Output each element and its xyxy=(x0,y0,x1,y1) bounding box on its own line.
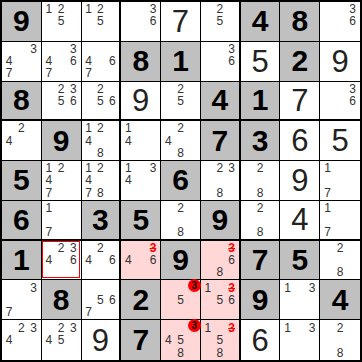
empty-candidate-slot xyxy=(15,43,27,55)
cell-r8c2[interactable]: 8 xyxy=(42,280,82,320)
cell-r3c8[interactable]: 7 xyxy=(280,82,320,122)
cell-r6c8[interactable]: 4 xyxy=(280,201,320,241)
empty-candidate-slot xyxy=(55,214,67,226)
cell-r6c1[interactable]: 6 xyxy=(2,201,42,241)
cell-r4c3[interactable]: 1248 xyxy=(82,121,122,161)
given-digit: 2 xyxy=(132,285,149,315)
candidate-grid: 134 xyxy=(122,162,159,199)
candidate: 1 xyxy=(321,162,334,174)
given-digit: 1 xyxy=(252,85,269,115)
candidate-grid: 25 xyxy=(162,83,199,119)
empty-candidate-slot xyxy=(122,15,134,27)
cell-r1c2[interactable]: 125 xyxy=(42,2,82,42)
empty-candidate-slot xyxy=(67,202,79,214)
empty-candidate-slot xyxy=(174,321,186,334)
empty-candidate-slot xyxy=(187,147,199,159)
empty-candidate-slot xyxy=(214,174,226,186)
empty-candidate-slot xyxy=(67,162,79,174)
empty-candidate-slot xyxy=(214,281,226,293)
given-digit: 9 xyxy=(13,6,30,36)
empty-candidate-slot xyxy=(94,55,106,67)
candidate: 6 xyxy=(67,95,79,107)
solved-digit: 4 xyxy=(291,204,308,235)
empty-candidate-slot xyxy=(67,334,79,347)
empty-candidate-slot xyxy=(321,214,334,226)
empty-candidate-slot xyxy=(346,334,359,347)
empty-candidate-slot xyxy=(162,95,174,107)
candidate: 2 xyxy=(94,83,106,95)
cell-r6c4[interactable]: 5 xyxy=(121,201,161,241)
cell-r8c7[interactable]: 9 xyxy=(241,280,281,320)
empty-candidate-slot xyxy=(266,162,278,174)
empty-candidate-slot xyxy=(346,187,359,199)
empty-candidate-slot xyxy=(294,294,306,306)
empty-candidate-slot xyxy=(202,187,214,199)
given-digit: 7 xyxy=(252,245,269,275)
empty-candidate-slot xyxy=(147,28,159,40)
cell-r1c9[interactable]: 36 xyxy=(320,2,360,42)
empty-candidate-slot xyxy=(94,281,106,293)
empty-candidate-slot xyxy=(135,135,147,147)
empty-candidate-slot xyxy=(83,95,95,107)
cell-r9c1[interactable]: 234 xyxy=(2,320,42,360)
candidate: 1 xyxy=(43,202,55,214)
candidate: 1 xyxy=(281,281,293,293)
cell-r7c8[interactable]: 5 xyxy=(280,241,320,281)
candidate: 8 xyxy=(214,187,226,199)
empty-candidate-slot xyxy=(3,147,15,159)
cell-r8c1[interactable]: 37 xyxy=(2,280,42,320)
candidate: 1 xyxy=(83,3,95,15)
cell-r6c3[interactable]: 3 xyxy=(82,201,122,241)
candidate: 5 xyxy=(55,334,67,347)
empty-candidate-slot xyxy=(55,67,67,79)
empty-candidate-slot xyxy=(43,346,55,359)
cell-r5c5[interactable]: 6 xyxy=(161,161,201,201)
empty-candidate-slot xyxy=(106,147,118,159)
candidate: 2 xyxy=(55,83,67,95)
empty-candidate-slot xyxy=(334,162,347,174)
empty-candidate-slot xyxy=(214,43,226,55)
empty-candidate-slot xyxy=(15,147,27,159)
candidate: 6 xyxy=(106,95,118,107)
cell-r3c3[interactable]: 256 xyxy=(82,82,122,122)
candidate-grid: 36 xyxy=(202,43,238,80)
empty-candidate-slot xyxy=(15,135,27,147)
empty-candidate-slot xyxy=(135,254,147,266)
cell-r1c3[interactable]: 125 xyxy=(82,2,122,42)
hint-eliminated-candidate: 3 xyxy=(226,281,238,293)
cell-r9c4[interactable]: 7 xyxy=(121,320,161,360)
given-digit: 6 xyxy=(172,165,189,195)
empty-candidate-slot xyxy=(242,226,254,238)
candidate-grid: 347 xyxy=(3,43,40,80)
empty-candidate-slot xyxy=(202,334,214,347)
given-digit: 1 xyxy=(13,245,30,275)
given-digit: 9 xyxy=(252,285,269,315)
cell-r5c1[interactable]: 5 xyxy=(2,161,42,201)
cell-r6c2[interactable]: 17 xyxy=(42,201,82,241)
cell-r2c3[interactable]: 467 xyxy=(82,42,122,82)
empty-candidate-slot xyxy=(67,266,79,278)
candidate: 8 xyxy=(94,147,106,159)
candidate: 7 xyxy=(83,306,95,318)
empty-candidate-slot xyxy=(43,83,55,95)
cell-r1c8[interactable]: 8 xyxy=(280,2,320,42)
solved-digit: 6 xyxy=(251,325,268,356)
cell-r5c4[interactable]: 134 xyxy=(121,161,161,201)
given-digit: 4 xyxy=(332,285,349,315)
empty-candidate-slot xyxy=(202,67,214,79)
candidate-grid: 234 xyxy=(3,321,40,359)
candidate: 5 xyxy=(55,15,67,27)
empty-candidate-slot xyxy=(162,83,174,95)
candidate-grid: 2356 xyxy=(43,83,80,119)
cell-r3c4[interactable]: 9 xyxy=(121,82,161,122)
cell-r7c5[interactable]: 9 xyxy=(161,241,201,281)
cell-r1c5[interactable]: 7 xyxy=(161,2,201,42)
empty-candidate-slot xyxy=(122,187,134,199)
empty-candidate-slot xyxy=(334,174,347,186)
cell-r4c9[interactable]: 5 xyxy=(320,121,360,161)
candidate: 3 xyxy=(306,281,318,293)
empty-candidate-slot xyxy=(135,187,147,199)
given-digit: 8 xyxy=(53,285,70,315)
empty-candidate-slot xyxy=(202,266,214,278)
given-digit: 9 xyxy=(172,245,189,275)
candidate: 2 xyxy=(15,122,27,134)
cell-r7c1[interactable]: 1 xyxy=(2,241,42,281)
cell-r5c2[interactable]: 1247 xyxy=(42,161,82,201)
cell-r5c9[interactable]: 17 xyxy=(320,161,360,201)
empty-candidate-slot xyxy=(346,162,359,174)
candidate: 7 xyxy=(43,67,55,79)
cell-r5c8[interactable]: 9 xyxy=(280,161,320,201)
empty-candidate-slot xyxy=(106,306,118,318)
empty-candidate-slot xyxy=(306,346,318,359)
candidate: 4 xyxy=(43,174,55,186)
empty-candidate-slot xyxy=(28,122,40,134)
candidate-grid: 1356 xyxy=(202,281,238,318)
empty-candidate-slot xyxy=(187,95,199,107)
cell-r7c9[interactable]: 28 xyxy=(320,241,360,281)
empty-candidate-slot xyxy=(135,266,147,278)
empty-candidate-slot xyxy=(187,135,199,147)
empty-candidate-slot xyxy=(226,174,238,186)
empty-candidate-slot xyxy=(306,306,318,318)
candidate: 5 xyxy=(214,294,226,306)
given-digit: 8 xyxy=(291,6,308,36)
candidate: 5 xyxy=(214,15,226,27)
candidate: 2 xyxy=(94,242,106,254)
cell-r8c6[interactable]: 1356 xyxy=(201,280,241,320)
given-digit: 7 xyxy=(132,325,149,355)
empty-candidate-slot xyxy=(3,321,15,334)
empty-candidate-slot xyxy=(106,28,118,40)
empty-candidate-slot xyxy=(135,122,147,134)
cell-r5c6[interactable]: 238 xyxy=(201,161,241,201)
cell-r2c7[interactable]: 5 xyxy=(241,42,281,82)
candidate-grid: 368 xyxy=(202,242,238,279)
cell-r2c1[interactable]: 347 xyxy=(2,42,42,82)
empty-candidate-slot xyxy=(94,107,106,119)
candidate: 7 xyxy=(321,187,334,199)
empty-candidate-slot xyxy=(83,28,95,40)
candidate: 8 xyxy=(214,266,226,278)
empty-candidate-slot xyxy=(135,28,147,40)
candidate: 2 xyxy=(55,242,67,254)
empty-candidate-slot xyxy=(321,334,334,347)
cell-r7c7[interactable]: 7 xyxy=(241,241,281,281)
candidate: 6 xyxy=(106,254,118,266)
cell-r8c5[interactable]: 35 xyxy=(161,280,201,320)
candidate: 2 xyxy=(174,202,186,214)
candidate-grid: 28 xyxy=(242,202,279,238)
empty-candidate-slot xyxy=(187,346,199,359)
empty-candidate-slot xyxy=(281,294,293,306)
candidate: 2 xyxy=(174,122,186,134)
solved-digit: 9 xyxy=(291,165,308,196)
cell-r4c1[interactable]: 24 xyxy=(2,121,42,161)
empty-candidate-slot xyxy=(28,67,40,79)
empty-candidate-slot xyxy=(334,95,347,107)
empty-candidate-slot xyxy=(321,174,334,186)
cell-r2c4[interactable]: 8 xyxy=(121,42,161,82)
cell-r2c2[interactable]: 3467 xyxy=(42,42,82,82)
given-digit: 1 xyxy=(172,46,189,76)
empty-candidate-slot xyxy=(202,174,214,186)
empty-candidate-slot xyxy=(162,202,174,214)
empty-candidate-slot xyxy=(106,15,118,27)
candidate: 2 xyxy=(94,122,106,134)
empty-candidate-slot xyxy=(55,55,67,67)
cell-r4c7[interactable]: 3 xyxy=(241,121,281,161)
empty-candidate-slot xyxy=(28,306,40,318)
empty-candidate-slot xyxy=(162,306,174,318)
empty-candidate-slot xyxy=(226,334,238,347)
candidate: 6 xyxy=(147,254,159,266)
given-digit: 3 xyxy=(252,126,269,156)
cell-r6c9[interactable]: 17 xyxy=(320,201,360,241)
empty-candidate-slot xyxy=(321,254,334,266)
candidate-grid: 28 xyxy=(242,162,279,199)
cell-r7c4[interactable]: 346 xyxy=(121,241,161,281)
empty-candidate-slot xyxy=(294,281,306,293)
empty-candidate-slot xyxy=(67,174,79,186)
empty-candidate-slot xyxy=(162,321,174,334)
cell-r6c6[interactable]: 9 xyxy=(201,201,241,241)
cell-r6c5[interactable]: 28 xyxy=(161,201,201,241)
empty-candidate-slot xyxy=(106,122,118,134)
empty-candidate-slot xyxy=(321,83,334,95)
candidate: 6 xyxy=(67,254,79,266)
cell-r6c7[interactable]: 28 xyxy=(241,201,281,241)
candidate-grid: 3467 xyxy=(43,43,80,80)
solved-digit: 9 xyxy=(132,85,149,116)
candidate: 5 xyxy=(94,15,106,27)
cell-r7c3[interactable]: 246 xyxy=(82,241,122,281)
candidate: 4 xyxy=(122,174,134,186)
candidate: 3 xyxy=(306,321,318,334)
cell-r9c3[interactable]: 9 xyxy=(82,320,122,360)
candidate: 8 xyxy=(334,266,347,278)
empty-candidate-slot xyxy=(334,28,347,40)
cell-r9c9[interactable]: 28 xyxy=(320,320,360,360)
candidate-grid: 25 xyxy=(202,3,238,40)
empty-candidate-slot xyxy=(67,346,79,359)
empty-candidate-slot xyxy=(55,226,67,238)
given-digit: 8 xyxy=(132,46,149,76)
candidate: 3 xyxy=(28,281,40,293)
candidate: 2 xyxy=(254,162,266,174)
candidate: 6 xyxy=(106,294,118,306)
given-digit: 2 xyxy=(291,46,308,76)
candidate-grid: 567 xyxy=(83,281,119,318)
candidate: 6 xyxy=(67,55,79,67)
cell-r9c6[interactable]: 1358 xyxy=(201,320,241,360)
given-digit: 8 xyxy=(13,85,30,115)
empty-candidate-slot xyxy=(67,187,79,199)
cell-r7c2[interactable]: 2346 xyxy=(42,241,82,281)
empty-candidate-slot xyxy=(83,281,95,293)
cell-r4c4[interactable]: 14 xyxy=(121,121,161,161)
cell-r8c8[interactable]: 13 xyxy=(280,280,320,320)
empty-candidate-slot xyxy=(346,346,359,359)
given-digit: 5 xyxy=(291,245,308,275)
empty-candidate-slot xyxy=(67,3,79,15)
given-digit: 9 xyxy=(53,126,70,156)
cell-r9c5[interactable]: 3458 xyxy=(161,320,201,360)
cell-r3c5[interactable]: 25 xyxy=(161,82,201,122)
candidate: 7 xyxy=(3,306,15,318)
empty-candidate-slot xyxy=(226,67,238,79)
candidate: 4 xyxy=(3,135,15,147)
empty-candidate-slot xyxy=(106,3,118,15)
empty-candidate-slot xyxy=(321,107,334,119)
empty-candidate-slot xyxy=(55,346,67,359)
empty-candidate-slot xyxy=(135,174,147,186)
candidate: 7 xyxy=(43,226,55,238)
cell-r8c9[interactable]: 4 xyxy=(320,280,360,320)
empty-candidate-slot xyxy=(94,254,106,266)
candidate: 2 xyxy=(174,83,186,95)
empty-candidate-slot xyxy=(15,67,27,79)
given-digit: 7 xyxy=(211,126,228,156)
candidate-grid: 24 xyxy=(3,122,40,159)
candidate-grid: 2346 xyxy=(43,242,80,279)
solved-digit: 7 xyxy=(172,6,189,37)
empty-candidate-slot xyxy=(94,43,106,55)
candidate: 1 xyxy=(321,202,334,214)
cell-r1c6[interactable]: 25 xyxy=(201,2,241,42)
cell-r3c1[interactable]: 8 xyxy=(2,82,42,122)
cell-r2c9[interactable]: 9 xyxy=(320,42,360,82)
empty-candidate-slot xyxy=(174,107,186,119)
candidate-grid: 125 xyxy=(43,3,80,40)
candidate: 7 xyxy=(83,187,95,199)
candidate: 8 xyxy=(94,187,106,199)
candidate: 8 xyxy=(174,147,186,159)
candidate: 4 xyxy=(122,254,134,266)
cell-r1c4[interactable]: 36 xyxy=(121,2,161,42)
empty-candidate-slot xyxy=(174,135,186,147)
empty-candidate-slot xyxy=(242,187,254,199)
candidate-grid: 36 xyxy=(122,3,159,40)
candidate: 1 xyxy=(43,3,55,15)
empty-candidate-slot xyxy=(106,174,118,186)
empty-candidate-slot xyxy=(28,55,40,67)
cell-r9c2[interactable]: 2345 xyxy=(42,320,82,360)
empty-candidate-slot xyxy=(55,43,67,55)
cell-r4c6[interactable]: 7 xyxy=(201,121,241,161)
empty-candidate-slot xyxy=(43,214,55,226)
candidate: 2 xyxy=(214,162,226,174)
cell-r2c8[interactable]: 2 xyxy=(280,42,320,82)
cell-r5c3[interactable]: 12478 xyxy=(82,161,122,201)
empty-candidate-slot xyxy=(334,83,347,95)
empty-candidate-slot xyxy=(321,3,334,15)
empty-candidate-slot xyxy=(226,187,238,199)
cell-r3c6[interactable]: 4 xyxy=(201,82,241,122)
empty-candidate-slot xyxy=(214,321,226,334)
solved-digit: 7 xyxy=(291,85,308,116)
empty-candidate-slot xyxy=(306,334,318,347)
given-digit: 3 xyxy=(92,205,109,235)
empty-candidate-slot xyxy=(214,28,226,40)
cell-r3c9[interactable]: 36 xyxy=(320,82,360,122)
cell-r2c6[interactable]: 36 xyxy=(201,42,241,82)
cell-r1c1[interactable]: 9 xyxy=(2,2,42,42)
candidate-grid: 248 xyxy=(162,122,199,159)
empty-candidate-slot xyxy=(294,334,306,347)
empty-candidate-slot xyxy=(43,107,55,119)
cell-r5c7[interactable]: 28 xyxy=(241,161,281,201)
empty-candidate-slot xyxy=(346,28,359,40)
empty-candidate-slot xyxy=(346,321,359,334)
empty-candidate-slot xyxy=(67,226,79,238)
candidate: 3 xyxy=(67,321,79,334)
cell-r7c6[interactable]: 368 xyxy=(201,241,241,281)
empty-candidate-slot xyxy=(266,174,278,186)
cell-r4c2[interactable]: 9 xyxy=(42,121,82,161)
empty-candidate-slot xyxy=(174,214,186,226)
candidate-grid: 1247 xyxy=(43,162,80,199)
cell-r8c3[interactable]: 567 xyxy=(82,280,122,320)
cell-r3c7[interactable]: 1 xyxy=(241,82,281,122)
cell-r8c4[interactable]: 2 xyxy=(121,280,161,320)
cell-r3c2[interactable]: 2356 xyxy=(42,82,82,122)
cell-r4c5[interactable]: 248 xyxy=(161,121,201,161)
cell-r9c7[interactable]: 6 xyxy=(241,320,281,360)
cell-r1c7[interactable]: 4 xyxy=(241,2,281,42)
empty-candidate-slot xyxy=(321,95,334,107)
candidate-grid: 13 xyxy=(281,321,318,359)
given-digit: 5 xyxy=(13,165,30,195)
solved-digit: 6 xyxy=(291,125,308,156)
empty-candidate-slot xyxy=(226,15,238,27)
solved-digit: 5 xyxy=(251,46,268,77)
candidate: 4 xyxy=(43,334,55,347)
empty-candidate-slot xyxy=(202,294,214,306)
cell-r9c8[interactable]: 13 xyxy=(280,320,320,360)
empty-candidate-slot xyxy=(162,226,174,238)
empty-candidate-slot xyxy=(162,122,174,134)
empty-candidate-slot xyxy=(43,28,55,40)
empty-candidate-slot xyxy=(135,162,147,174)
empty-candidate-slot xyxy=(135,3,147,15)
cell-r2c5[interactable]: 1 xyxy=(161,42,201,82)
cell-r4c8[interactable]: 6 xyxy=(280,121,320,161)
